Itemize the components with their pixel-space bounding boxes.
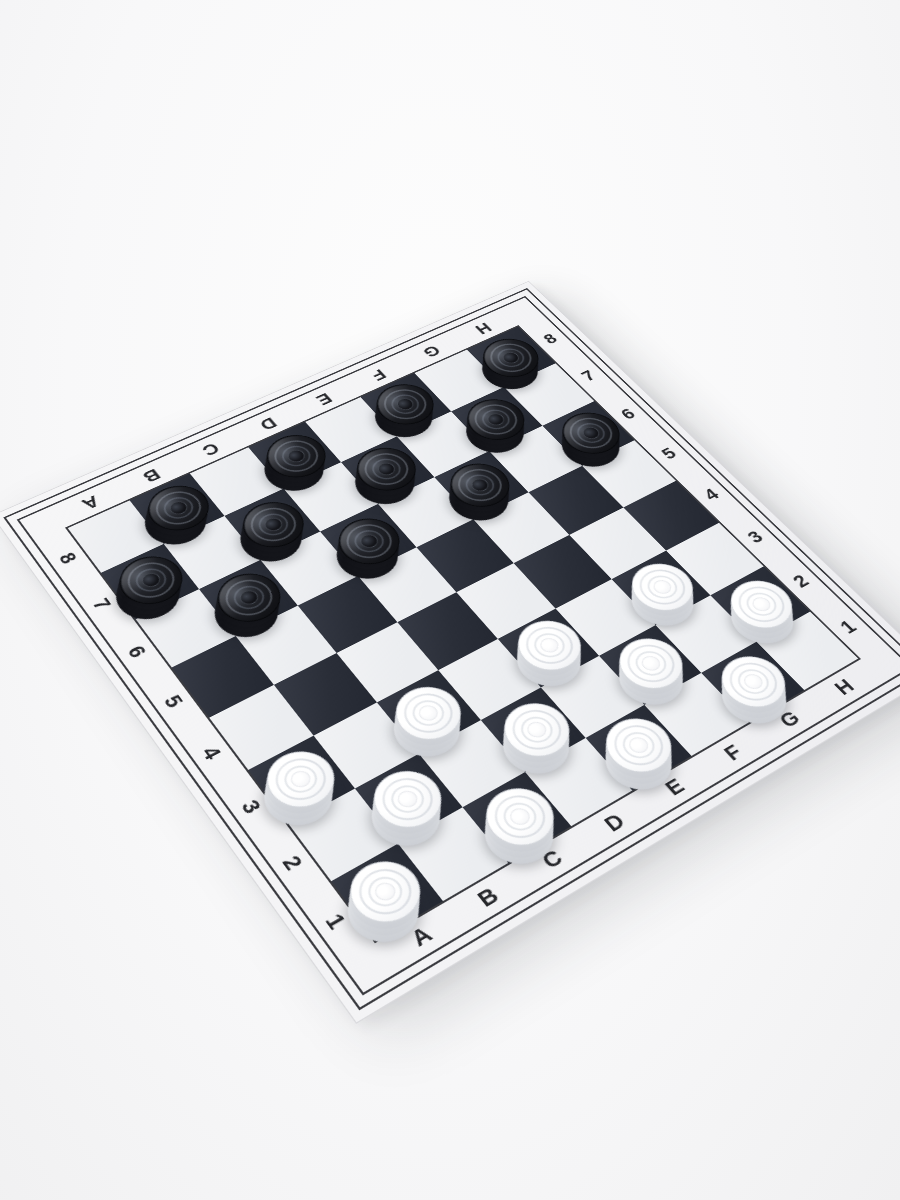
- photo-background: AABBCCDDEEFFGGHH1122334455667788: [0, 0, 900, 1200]
- board-mat: AABBCCDDEEFFGGHH1122334455667788: [0, 281, 900, 1024]
